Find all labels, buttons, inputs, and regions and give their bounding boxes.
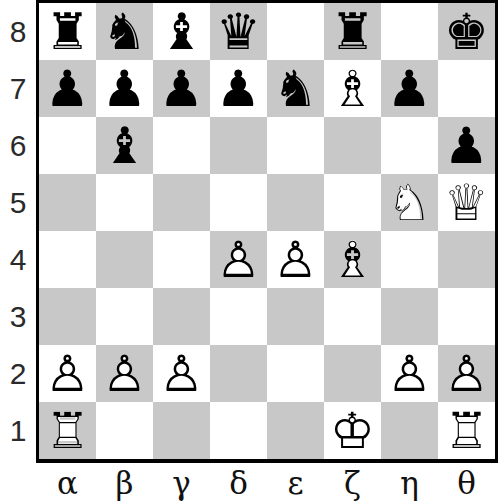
square-h6[interactable]: ♟ xyxy=(438,117,495,174)
square-d3[interactable] xyxy=(210,288,267,345)
square-g3[interactable] xyxy=(381,288,438,345)
black-bishop-piece: ♝ xyxy=(159,7,204,57)
white-pawn-piece: ♙ xyxy=(444,349,489,399)
square-a5[interactable] xyxy=(39,174,96,231)
square-b1[interactable] xyxy=(96,402,153,459)
black-knight-piece: ♞ xyxy=(273,64,318,114)
square-h7[interactable] xyxy=(438,60,495,117)
white-king-piece: ♔ xyxy=(330,406,375,456)
white-pawn-piece: ♙ xyxy=(159,349,204,399)
white-pawn-piece: ♙ xyxy=(102,349,147,399)
chess-diagram: 8 7 6 5 4 3 2 1 ♜♞♝♛♜♚♟♟♟♟♞♗♟♝♟♘♕♙♙♗♙♙♙♙… xyxy=(0,0,499,502)
square-b4[interactable] xyxy=(96,231,153,288)
rank-label-5: 5 xyxy=(0,174,36,231)
square-e3[interactable] xyxy=(267,288,324,345)
black-pawn-piece: ♟ xyxy=(216,64,261,114)
white-knight-piece: ♘ xyxy=(387,178,432,228)
white-pawn-piece: ♙ xyxy=(216,235,261,285)
square-d2[interactable] xyxy=(210,345,267,402)
square-f3[interactable] xyxy=(324,288,381,345)
black-knight-piece: ♞ xyxy=(102,7,147,57)
square-f6[interactable] xyxy=(324,117,381,174)
square-d7[interactable]: ♟ xyxy=(210,60,267,117)
black-rook-piece: ♜ xyxy=(45,7,90,57)
rank-label-3: 3 xyxy=(0,288,36,345)
chess-board: ♜♞♝♛♜♚♟♟♟♟♞♗♟♝♟♘♕♙♙♗♙♙♙♙♙♖♔♖ xyxy=(36,0,498,463)
white-rook-piece: ♖ xyxy=(444,406,489,456)
square-h5[interactable]: ♕ xyxy=(438,174,495,231)
rank-label-8: 8 xyxy=(0,3,36,60)
square-a6[interactable] xyxy=(39,117,96,174)
black-pawn-piece: ♟ xyxy=(444,121,489,171)
square-f8[interactable]: ♜ xyxy=(324,3,381,60)
black-pawn-piece: ♟ xyxy=(159,64,204,114)
square-h3[interactable] xyxy=(438,288,495,345)
square-e1[interactable] xyxy=(267,402,324,459)
square-g8[interactable] xyxy=(381,3,438,60)
white-bishop-piece: ♗ xyxy=(330,64,375,114)
square-e5[interactable] xyxy=(267,174,324,231)
file-label-delta: δ xyxy=(210,465,267,501)
rank-label-7: 7 xyxy=(0,60,36,117)
square-g1[interactable] xyxy=(381,402,438,459)
square-c7[interactable]: ♟ xyxy=(153,60,210,117)
square-e8[interactable] xyxy=(267,3,324,60)
square-f2[interactable] xyxy=(324,345,381,402)
square-e6[interactable] xyxy=(267,117,324,174)
square-d8[interactable]: ♛ xyxy=(210,3,267,60)
square-b5[interactable] xyxy=(96,174,153,231)
square-b6[interactable]: ♝ xyxy=(96,117,153,174)
rank-label-1: 1 xyxy=(0,402,36,459)
square-c6[interactable] xyxy=(153,117,210,174)
square-h4[interactable] xyxy=(438,231,495,288)
square-d5[interactable] xyxy=(210,174,267,231)
file-label-beta: β xyxy=(96,465,153,501)
square-h8[interactable]: ♚ xyxy=(438,3,495,60)
square-c2[interactable]: ♙ xyxy=(153,345,210,402)
white-pawn-piece: ♙ xyxy=(273,235,318,285)
square-f4[interactable]: ♗ xyxy=(324,231,381,288)
square-a4[interactable] xyxy=(39,231,96,288)
rank-label-4: 4 xyxy=(0,231,36,288)
black-pawn-piece: ♟ xyxy=(45,64,90,114)
file-label-zeta: ζ xyxy=(324,465,381,501)
rank-label-6: 6 xyxy=(0,117,36,174)
square-g2[interactable]: ♙ xyxy=(381,345,438,402)
square-b2[interactable]: ♙ xyxy=(96,345,153,402)
square-g5[interactable]: ♘ xyxy=(381,174,438,231)
file-labels: α β γ δ ε ζ η θ xyxy=(36,463,499,502)
square-e2[interactable] xyxy=(267,345,324,402)
square-a2[interactable]: ♙ xyxy=(39,345,96,402)
black-pawn-piece: ♟ xyxy=(102,64,147,114)
black-king-piece: ♚ xyxy=(444,7,489,57)
black-pawn-piece: ♟ xyxy=(387,64,432,114)
square-a1[interactable]: ♖ xyxy=(39,402,96,459)
file-label-alpha: α xyxy=(39,465,96,501)
square-c5[interactable] xyxy=(153,174,210,231)
square-b3[interactable] xyxy=(96,288,153,345)
square-a7[interactable]: ♟ xyxy=(39,60,96,117)
square-f5[interactable] xyxy=(324,174,381,231)
square-g7[interactable]: ♟ xyxy=(381,60,438,117)
white-bishop-piece: ♗ xyxy=(330,235,375,285)
square-d6[interactable] xyxy=(210,117,267,174)
square-c8[interactable]: ♝ xyxy=(153,3,210,60)
square-g6[interactable] xyxy=(381,117,438,174)
square-b8[interactable]: ♞ xyxy=(96,3,153,60)
file-label-epsilon: ε xyxy=(267,465,324,501)
black-rook-piece: ♜ xyxy=(330,7,375,57)
square-c1[interactable] xyxy=(153,402,210,459)
file-label-eta: η xyxy=(381,465,438,501)
white-pawn-piece: ♙ xyxy=(45,349,90,399)
square-h1[interactable]: ♖ xyxy=(438,402,495,459)
square-a3[interactable] xyxy=(39,288,96,345)
rank-labels: 8 7 6 5 4 3 2 1 xyxy=(0,0,36,463)
black-bishop-piece: ♝ xyxy=(102,121,147,171)
square-d1[interactable] xyxy=(210,402,267,459)
square-d4[interactable]: ♙ xyxy=(210,231,267,288)
square-h2[interactable]: ♙ xyxy=(438,345,495,402)
square-f7[interactable]: ♗ xyxy=(324,60,381,117)
black-queen-piece: ♛ xyxy=(216,7,261,57)
white-queen-piece: ♕ xyxy=(444,178,489,228)
white-pawn-piece: ♙ xyxy=(387,349,432,399)
square-g4[interactable] xyxy=(381,231,438,288)
square-a8[interactable]: ♜ xyxy=(39,3,96,60)
square-e4[interactable]: ♙ xyxy=(267,231,324,288)
rank-label-2: 2 xyxy=(0,345,36,402)
square-c4[interactable] xyxy=(153,231,210,288)
square-e7[interactable]: ♞ xyxy=(267,60,324,117)
file-label-theta: θ xyxy=(438,465,495,501)
square-f1[interactable]: ♔ xyxy=(324,402,381,459)
white-rook-piece: ♖ xyxy=(45,406,90,456)
file-label-gamma: γ xyxy=(153,465,210,501)
square-b7[interactable]: ♟ xyxy=(96,60,153,117)
square-c3[interactable] xyxy=(153,288,210,345)
